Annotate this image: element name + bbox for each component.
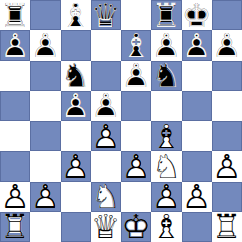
square-h3[interactable]: ♟♙ [212,151,242,181]
piece-white-bishop: ♝♗ [151,212,181,242]
square-g2[interactable]: ♟♙ [182,182,212,212]
piece-outline-glyph: ♖ [212,212,242,242]
piece-white-pawn: ♟♙ [91,121,121,151]
square-e1[interactable]: ♚♔ [121,212,151,242]
square-g5[interactable] [182,91,212,121]
square-b1[interactable] [30,212,60,242]
piece-outline-glyph: ♙ [91,121,121,151]
square-c5[interactable]: ♟♙ [61,91,91,121]
square-d4[interactable]: ♟♙ [91,121,121,151]
piece-white-rook: ♜♖ [212,212,242,242]
square-g6[interactable] [182,61,212,91]
chess-board: ♜♖♝♗♛♕♜♖♚♔♟♙♟♙♝♗♟♙♟♙♟♙♞♘♟♙♞♘♟♙♟♙♟♙♝♗♟♙♟♙… [0,0,242,242]
piece-outline-glyph: ♖ [0,212,30,242]
piece-black-pawn: ♟♙ [0,30,30,60]
square-f1[interactable]: ♝♗ [151,212,181,242]
square-d8[interactable]: ♛♕ [91,0,121,30]
square-a5[interactable] [0,91,30,121]
piece-black-pawn: ♟♙ [212,30,242,60]
piece-white-king: ♚♔ [121,212,151,242]
square-f6[interactable]: ♞♘ [151,61,181,91]
piece-white-pawn: ♟♙ [61,151,91,181]
piece-black-pawn: ♟♙ [121,61,151,91]
square-b7[interactable]: ♟♙ [30,30,60,60]
piece-white-queen: ♛♕ [91,212,121,242]
piece-white-rook: ♜♖ [0,212,30,242]
piece-outline-glyph: ♙ [61,91,91,121]
piece-outline-glyph: ♗ [61,0,91,30]
square-h7[interactable]: ♟♙ [212,30,242,60]
piece-outline-glyph: ♙ [212,151,242,181]
square-e5[interactable] [121,91,151,121]
square-b5[interactable] [30,91,60,121]
square-g7[interactable]: ♟♙ [182,30,212,60]
piece-black-pawn: ♟♙ [61,91,91,121]
piece-white-pawn: ♟♙ [182,182,212,212]
piece-outline-glyph: ♙ [182,30,212,60]
square-a7[interactable]: ♟♙ [0,30,30,60]
square-c1[interactable] [61,212,91,242]
piece-black-pawn: ♟♙ [182,30,212,60]
square-h5[interactable] [212,91,242,121]
piece-outline-glyph: ♗ [151,212,181,242]
piece-white-pawn: ♟♙ [212,151,242,181]
square-h6[interactable] [212,61,242,91]
piece-outline-glyph: ♔ [121,212,151,242]
piece-outline-glyph: ♙ [121,61,151,91]
piece-outline-glyph: ♕ [91,212,121,242]
square-c2[interactable] [61,182,91,212]
piece-outline-glyph: ♙ [61,151,91,181]
piece-outline-glyph: ♙ [121,151,151,181]
piece-outline-glyph: ♙ [0,30,30,60]
square-c3[interactable]: ♟♙ [61,151,91,181]
square-g1[interactable] [182,212,212,242]
square-e3[interactable]: ♟♙ [121,151,151,181]
square-h1[interactable]: ♜♖ [212,212,242,242]
square-a6[interactable] [0,61,30,91]
piece-black-queen: ♛♕ [91,0,121,30]
piece-outline-glyph: ♕ [91,0,121,30]
square-b4[interactable] [30,121,60,151]
piece-outline-glyph: ♙ [30,182,60,212]
piece-white-pawn: ♟♙ [121,151,151,181]
square-g4[interactable] [182,121,212,151]
piece-outline-glyph: ♘ [151,61,181,91]
piece-outline-glyph: ♙ [30,30,60,60]
piece-black-bishop: ♝♗ [61,0,91,30]
piece-outline-glyph: ♙ [182,182,212,212]
square-c8[interactable]: ♝♗ [61,0,91,30]
square-b6[interactable] [30,61,60,91]
piece-black-knight: ♞♘ [151,61,181,91]
square-a4[interactable] [0,121,30,151]
square-b2[interactable]: ♟♙ [30,182,60,212]
square-d1[interactable]: ♛♕ [91,212,121,242]
square-d7[interactable] [91,30,121,60]
square-a1[interactable]: ♜♖ [0,212,30,242]
piece-black-pawn: ♟♙ [30,30,60,60]
piece-outline-glyph: ♙ [212,30,242,60]
square-e6[interactable]: ♟♙ [121,61,151,91]
piece-white-pawn: ♟♙ [30,182,60,212]
